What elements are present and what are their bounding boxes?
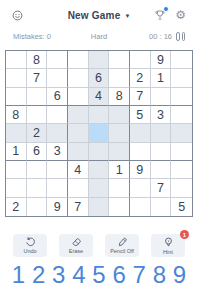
cell-r5c1[interactable] [6,124,27,142]
cell-r9c7[interactable] [130,198,151,216]
cell-r3c3[interactable]: 6 [47,88,68,106]
cell-r6c3[interactable]: 3 [47,143,68,161]
notification-dot [163,6,169,12]
cell-r1c9[interactable] [171,51,192,69]
cell-r5c4[interactable] [68,124,89,142]
cell-r3c7[interactable]: 7 [130,88,151,106]
cell-r6c2[interactable]: 6 [27,143,48,161]
page-title: New Game [68,10,121,21]
erase-button[interactable]: Erase [59,234,93,257]
chevron-down-icon: ▼ [124,13,130,19]
numpad-3[interactable]: 3 [49,262,68,288]
cell-r3c1[interactable] [6,88,27,106]
cell-r7c1[interactable] [6,161,27,179]
cell-r4c1[interactable]: 8 [6,106,27,124]
new-game-dropdown[interactable]: New Game ▼ [60,10,138,21]
undo-icon [25,237,36,247]
cell-r1c7[interactable] [130,51,151,69]
cell-r6c8[interactable] [151,143,172,161]
numpad-7[interactable]: 7 [130,262,149,288]
difficulty-label: Hard [75,32,123,41]
smiley-icon[interactable] [12,10,23,21]
cell-r9c1[interactable]: 2 [6,198,27,216]
cell-r9c3[interactable]: 9 [47,198,68,216]
cell-r7c7[interactable]: 9 [130,161,151,179]
cell-r5c5[interactable] [89,124,110,142]
cell-r1c2[interactable]: 8 [27,51,48,69]
cell-r9c8[interactable] [151,198,172,216]
mistakes-counter: Mistakes: 0 [13,32,75,41]
cell-r2c9[interactable] [171,69,192,87]
cell-r7c5[interactable] [89,161,110,179]
cell-r8c9[interactable] [171,179,192,197]
cell-r2c2[interactable]: 7 [27,69,48,87]
timer: 00 : 16 [149,32,172,41]
cell-r7c2[interactable] [27,161,48,179]
cell-r7c9[interactable] [171,161,192,179]
cell-r3c5[interactable]: 4 [89,88,110,106]
cell-r3c2[interactable] [27,88,48,106]
cell-r6c9[interactable] [171,143,192,161]
cell-r5c9[interactable] [171,124,192,142]
cell-r8c8[interactable]: 7 [151,179,172,197]
undo-label: Undo [23,248,36,254]
cell-r2c8[interactable]: 1 [151,69,172,87]
cell-r4c2[interactable] [27,106,48,124]
cell-r9c4[interactable]: 7 [68,198,89,216]
cell-r4c7[interactable]: 5 [130,106,151,124]
pencil-icon [117,237,128,247]
lightbulb-icon [163,237,174,248]
cell-r1c1[interactable] [6,51,27,69]
cell-r8c2[interactable] [27,179,48,197]
eraser-icon [71,237,82,247]
toolbar: Undo Erase Pencil Off Hint 1 [0,234,198,257]
pencil-button[interactable]: Pencil Off [105,234,139,257]
erase-label: Erase [69,248,83,254]
hint-button[interactable]: Hint 1 [151,234,185,257]
cell-r5c2[interactable]: 2 [27,124,48,142]
cell-r1c6[interactable] [109,51,130,69]
numpad-2[interactable]: 2 [29,262,48,288]
cell-r5c3[interactable] [47,124,68,142]
status-bar: Mistakes: 0 Hard 00 : 16 [0,26,198,47]
cell-r5c7[interactable] [130,124,151,142]
cell-r2c5[interactable]: 6 [89,69,110,87]
cell-r2c6[interactable] [109,69,130,87]
cell-r7c6[interactable]: 1 [109,161,130,179]
cell-r6c5[interactable] [89,143,110,161]
cell-r9c5[interactable] [89,198,110,216]
cell-r7c4[interactable]: 4 [68,161,89,179]
cell-r3c8[interactable] [151,88,172,106]
cell-r9c9[interactable]: 5 [171,198,192,216]
cell-r1c4[interactable] [68,51,89,69]
cell-r2c3[interactable] [47,69,68,87]
numpad-4[interactable]: 4 [69,262,88,288]
cell-r8c5[interactable] [89,179,110,197]
cell-r3c9[interactable] [171,88,192,106]
cell-r2c4[interactable] [68,69,89,87]
numpad-5[interactable]: 5 [90,262,109,288]
undo-button[interactable]: Undo [13,234,47,257]
cell-r9c6[interactable] [109,198,130,216]
cell-r9c2[interactable] [27,198,48,216]
cell-r6c4[interactable] [68,143,89,161]
cell-r7c8[interactable] [151,161,172,179]
cell-r6c6[interactable] [109,143,130,161]
cell-r4c6[interactable] [109,106,130,124]
cell-r2c7[interactable]: 2 [130,69,151,87]
sudoku-board: 8976216487853216341972975 [5,50,193,217]
cell-r1c5[interactable] [89,51,110,69]
cell-r8c3[interactable] [47,179,68,197]
cell-r8c1[interactable] [6,179,27,197]
cell-r1c3[interactable] [47,51,68,69]
cell-r4c4[interactable] [68,106,89,124]
number-pad: 123456789 [0,262,198,288]
numpad-1[interactable]: 1 [9,262,28,288]
numpad-9[interactable]: 9 [170,262,189,288]
cell-r3c4[interactable] [68,88,89,106]
cell-r7c3[interactable] [47,161,68,179]
numpad-6[interactable]: 6 [110,262,129,288]
cell-r4c8[interactable]: 3 [151,106,172,124]
top-bar: New Game ▼ ⚙ [0,0,198,26]
cell-r3c6[interactable]: 8 [109,88,130,106]
cell-r6c7[interactable] [130,143,151,161]
cell-r5c8[interactable] [151,124,172,142]
hint-badge: 1 [180,230,189,239]
cell-r1c8[interactable]: 9 [151,51,172,69]
cell-r6c1[interactable]: 1 [6,143,27,161]
pencil-label: Pencil Off [110,248,134,254]
cell-r4c3[interactable] [47,106,68,124]
cell-r5c6[interactable] [109,124,130,142]
cell-r4c9[interactable] [171,106,192,124]
cell-r8c7[interactable] [130,179,151,197]
hint-label: Hint [163,249,173,255]
pause-icon[interactable] [176,32,185,41]
numpad-8[interactable]: 8 [150,262,169,288]
cell-r2c1[interactable] [6,69,27,87]
cell-r8c6[interactable] [109,179,130,197]
gear-icon[interactable]: ⚙ [175,9,186,21]
cell-r8c4[interactable] [68,179,89,197]
trophy-icon[interactable] [154,9,166,21]
cell-r4c5[interactable] [89,106,110,124]
